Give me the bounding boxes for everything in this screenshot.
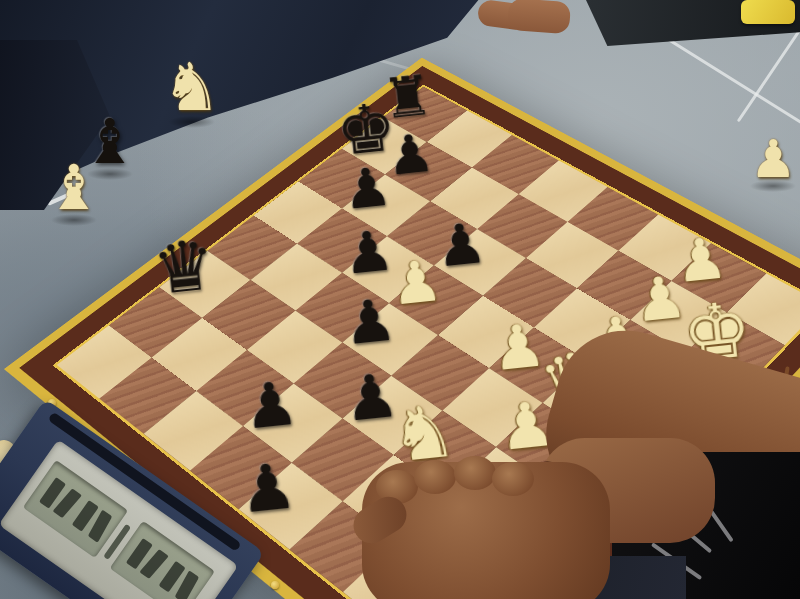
captured-white-knight: ♞ <box>162 52 221 124</box>
piece-black-queen-c8: ♛ <box>148 230 220 304</box>
brass-pin <box>271 581 279 589</box>
piece-black-pawn-f7: ♟ <box>332 153 402 224</box>
knight-icon: ♞ <box>162 52 221 124</box>
captured-white-bishop: ♝ <box>46 154 102 222</box>
piece-black-pawn-a4: ♟ <box>227 446 309 530</box>
yellow-object <box>741 0 795 24</box>
piece-black-pawn-b5: ♟ <box>231 365 310 446</box>
captured-white-pawn: ♟ <box>750 130 797 188</box>
opponent-finger <box>507 0 571 34</box>
bishop-icon: ♝ <box>46 154 102 222</box>
piece-black-pawn-d5: ♟ <box>332 283 407 360</box>
player-left-fist <box>362 462 610 599</box>
